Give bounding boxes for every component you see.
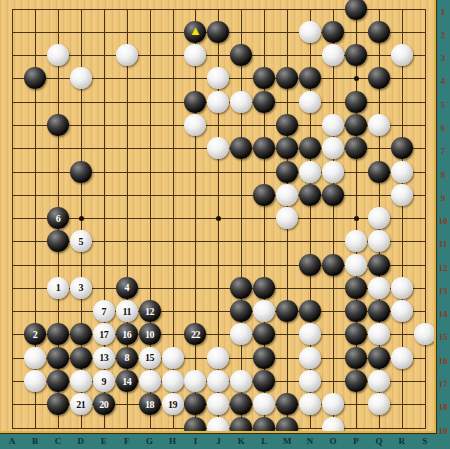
stone-M10[interactable] [276,207,298,229]
stone-L14[interactable] [253,300,275,322]
stone-C13[interactable]: 1 [47,277,69,299]
column-label-H: H [169,436,176,446]
stone-K18[interactable] [230,393,252,415]
stone-K15[interactable] [230,323,252,345]
move-number: 21 [70,393,92,415]
stone-N4[interactable] [299,67,321,89]
stone-B4[interactable] [24,67,46,89]
stone-O6[interactable] [322,114,344,136]
stone-J18[interactable] [207,393,229,415]
row-label-10: 10 [439,216,448,226]
move-number: 6 [47,207,69,229]
stone-P5[interactable] [345,91,367,113]
move-number: 22 [184,323,206,345]
move-number: 2 [24,323,46,345]
stone-P7[interactable] [345,137,367,159]
stone-Q8[interactable] [368,161,390,183]
row-label-7: 7 [441,146,446,156]
move-number: 10 [139,323,161,345]
stone-P3[interactable] [345,44,367,66]
stone-J4[interactable] [207,67,229,89]
stone-P6[interactable] [345,114,367,136]
board-frame: ▲65134711122171610221381591421201819 [0,0,437,434]
last-move-triangle-icon: ▲ [184,21,206,43]
move-number: 14 [116,370,138,392]
move-number: 5 [70,230,92,252]
move-number: 7 [93,300,115,322]
stone-R13[interactable] [391,277,413,299]
move-number: 17 [93,323,115,345]
stone-D16[interactable] [70,347,92,369]
column-label-J: J [216,436,221,446]
move-number: 9 [93,370,115,392]
column-label-E: E [101,436,107,446]
stone-N16[interactable] [299,347,321,369]
column-label-K: K [238,436,245,446]
stone-Q15[interactable] [368,323,390,345]
stone-F3[interactable] [116,44,138,66]
stone-H18[interactable]: 19 [162,393,184,415]
stone-N7[interactable] [299,137,321,159]
stone-J17[interactable] [207,370,229,392]
stone-Q6[interactable] [368,114,390,136]
stone-N14[interactable] [299,300,321,322]
stone-E14[interactable]: 7 [93,300,115,322]
move-number: 1 [47,277,69,299]
move-number: 18 [139,393,161,415]
stone-G16[interactable]: 15 [139,347,161,369]
star-point [354,216,359,221]
stone-C15[interactable] [47,323,69,345]
stone-R14[interactable] [391,300,413,322]
stone-K19[interactable] [230,417,252,432]
column-label-G: G [146,436,153,446]
stone-M8[interactable] [276,161,298,183]
row-label-9: 9 [441,193,446,203]
stone-E16[interactable]: 13 [93,347,115,369]
stone-N9[interactable] [299,184,321,206]
stone-P11[interactable] [345,230,367,252]
stone-Q16[interactable] [368,347,390,369]
stone-B16[interactable] [24,347,46,369]
star-point [354,76,359,81]
row-label-1: 1 [441,7,446,17]
stone-G18[interactable]: 18 [139,393,161,415]
stone-P13[interactable] [345,277,367,299]
stone-Q2[interactable] [368,21,390,43]
stone-D13[interactable]: 3 [70,277,92,299]
stone-I19[interactable] [184,417,206,432]
column-label-I: I [194,436,198,446]
row-label-17: 17 [439,379,448,389]
stone-O3[interactable] [322,44,344,66]
stone-L17[interactable] [253,370,275,392]
column-label-O: O [329,436,336,446]
move-number: 8 [116,347,138,369]
stone-N5[interactable] [299,91,321,113]
stone-D15[interactable] [70,323,92,345]
stone-J19[interactable] [207,417,229,432]
stone-M9[interactable] [276,184,298,206]
row-label-18: 18 [439,402,448,412]
stone-B17[interactable] [24,370,46,392]
stone-Q12[interactable] [368,254,390,276]
column-label-S: S [422,436,427,446]
stone-M6[interactable] [276,114,298,136]
column-label-P: P [353,436,359,446]
row-label-14: 14 [439,309,448,319]
stone-J5[interactable] [207,91,229,113]
stone-L15[interactable] [253,323,275,345]
stone-Q13[interactable] [368,277,390,299]
stone-Q11[interactable] [368,230,390,252]
stone-B15[interactable]: 2 [24,323,46,345]
stone-K13[interactable] [230,277,252,299]
stone-I17[interactable] [184,370,206,392]
stone-I5[interactable] [184,91,206,113]
stone-F14[interactable]: 11 [116,300,138,322]
row-label-8: 8 [441,170,446,180]
stone-C18[interactable] [47,393,69,415]
column-label-B: B [32,436,38,446]
stone-N8[interactable] [299,161,321,183]
move-number: 4 [116,277,138,299]
row-label-11: 11 [439,239,448,249]
stone-G17[interactable] [139,370,161,392]
stone-R16[interactable] [391,347,413,369]
stone-Q17[interactable] [368,370,390,392]
column-label-C: C [55,436,62,446]
stone-K3[interactable] [230,44,252,66]
stone-J2[interactable] [207,21,229,43]
stone-G15[interactable]: 10 [139,323,161,345]
move-number: 15 [139,347,161,369]
stone-M14[interactable] [276,300,298,322]
stone-C17[interactable] [47,370,69,392]
stone-L13[interactable] [253,277,275,299]
stone-Q14[interactable] [368,300,390,322]
column-label-L: L [261,436,267,446]
row-label-19: 19 [439,426,448,436]
move-number: 13 [93,347,115,369]
stone-G14[interactable]: 12 [139,300,161,322]
stone-O18[interactable] [322,393,344,415]
stone-M18[interactable] [276,393,298,415]
stone-I3[interactable] [184,44,206,66]
row-label-6: 6 [441,123,446,133]
stone-F15[interactable]: 16 [116,323,138,345]
stone-R8[interactable] [391,161,413,183]
grid-line [241,9,242,429]
stone-I2[interactable]: ▲ [184,21,206,43]
stone-C11[interactable] [47,230,69,252]
stone-L7[interactable] [253,137,275,159]
grid-line [333,9,334,429]
stone-C6[interactable] [47,114,69,136]
stone-M4[interactable] [276,67,298,89]
column-label-D: D [78,436,85,446]
stone-O19[interactable] [322,417,344,432]
stone-L16[interactable] [253,347,275,369]
grid-line [425,9,426,429]
stone-O7[interactable] [322,137,344,159]
stone-N2[interactable] [299,21,321,43]
column-label-N: N [307,436,314,446]
column-label-F: F [124,436,130,446]
stone-K7[interactable] [230,137,252,159]
stone-K14[interactable] [230,300,252,322]
row-label-4: 4 [441,76,446,86]
stone-H17[interactable] [162,370,184,392]
stone-O8[interactable] [322,161,344,183]
stone-P14[interactable] [345,300,367,322]
go-board[interactable]: ▲65134711122171610221381591421201819 [0,0,434,431]
row-label-13: 13 [439,286,448,296]
stone-I18[interactable] [184,393,206,415]
move-number: 16 [116,323,138,345]
stone-P15[interactable] [345,323,367,345]
stone-H16[interactable] [162,347,184,369]
star-point [79,216,84,221]
stone-N12[interactable] [299,254,321,276]
stone-C16[interactable] [47,347,69,369]
stone-D18[interactable]: 21 [70,393,92,415]
stone-J16[interactable] [207,347,229,369]
row-label-2: 2 [441,30,446,40]
stone-R9[interactable] [391,184,413,206]
stone-K5[interactable] [230,91,252,113]
stone-E17[interactable]: 9 [93,370,115,392]
row-label-16: 16 [439,356,448,366]
stone-I15[interactable]: 22 [184,323,206,345]
stone-J7[interactable] [207,137,229,159]
stone-E18[interactable]: 20 [93,393,115,415]
stone-S15[interactable] [414,323,434,345]
stone-L4[interactable] [253,67,275,89]
stone-L19[interactable] [253,417,275,432]
stone-P16[interactable] [345,347,367,369]
stone-Q10[interactable] [368,207,390,229]
stone-R7[interactable] [391,137,413,159]
stone-N17[interactable] [299,370,321,392]
stone-R3[interactable] [391,44,413,66]
stone-M19[interactable] [276,417,298,432]
stone-N18[interactable] [299,393,321,415]
stone-Q18[interactable] [368,393,390,415]
stone-L9[interactable] [253,184,275,206]
go-game-screenshot: ▲65134711122171610221381591421201819 ABC… [0,0,450,449]
stone-D17[interactable] [70,370,92,392]
stone-F16[interactable]: 8 [116,347,138,369]
stone-O12[interactable] [322,254,344,276]
stone-C10[interactable]: 6 [47,207,69,229]
stone-C3[interactable] [47,44,69,66]
stone-K17[interactable] [230,370,252,392]
stone-N15[interactable] [299,323,321,345]
stone-M7[interactable] [276,137,298,159]
row-label-3: 3 [441,53,446,63]
row-label-5: 5 [441,100,446,110]
stone-D8[interactable] [70,161,92,183]
stone-I6[interactable] [184,114,206,136]
stone-P1[interactable] [345,0,367,20]
move-number: 19 [162,393,184,415]
stone-L18[interactable] [253,393,275,415]
stone-F17[interactable]: 14 [116,370,138,392]
row-label-12: 12 [439,263,448,273]
move-number: 3 [70,277,92,299]
move-number: 11 [116,300,138,322]
column-label-A: A [9,436,16,446]
stone-O9[interactable] [322,184,344,206]
stone-D4[interactable] [70,67,92,89]
stone-L5[interactable] [253,91,275,113]
stone-O2[interactable] [322,21,344,43]
stone-D11[interactable]: 5 [70,230,92,252]
move-number: 20 [93,393,115,415]
star-point [216,216,221,221]
stone-Q4[interactable] [368,67,390,89]
column-label-M: M [283,436,292,446]
stone-F13[interactable]: 4 [116,277,138,299]
row-label-15: 15 [439,332,448,342]
stone-E15[interactable]: 17 [93,323,115,345]
stone-P17[interactable] [345,370,367,392]
move-number: 12 [139,300,161,322]
column-label-R: R [399,436,406,446]
column-label-Q: Q [375,436,382,446]
stone-P12[interactable] [345,254,367,276]
